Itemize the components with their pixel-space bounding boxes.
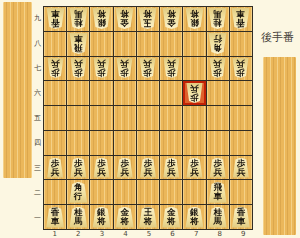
file-label: 3 bbox=[90, 230, 114, 238]
file-label: 9 bbox=[232, 230, 256, 238]
square-6四[interactable] bbox=[160, 131, 182, 155]
rank-label: 九 bbox=[32, 6, 43, 31]
square-6七[interactable]: 歩兵 bbox=[160, 57, 182, 81]
square-2一[interactable]: 桂馬 bbox=[67, 205, 89, 229]
piece-kanji: 兵 bbox=[144, 168, 153, 177]
square-6八[interactable] bbox=[160, 32, 182, 56]
square-1七[interactable]: 歩兵 bbox=[44, 57, 66, 81]
square-6一[interactable]: 金将 bbox=[160, 205, 182, 229]
square-4二[interactable] bbox=[114, 180, 136, 204]
piece-歩兵-gote[interactable]: 歩兵 bbox=[47, 158, 64, 178]
piece-kanji: 将 bbox=[167, 10, 176, 19]
piece-kanji: 馬 bbox=[74, 217, 83, 226]
piece-kanji: 将 bbox=[97, 217, 106, 226]
square-7五[interactable] bbox=[183, 106, 205, 130]
piece-桂馬-gote[interactable]: 桂馬 bbox=[208, 207, 227, 228]
piece-kanji: 桂 bbox=[213, 19, 222, 28]
square-2九[interactable]: 桂馬 bbox=[67, 7, 89, 31]
rank-label: 四 bbox=[32, 130, 43, 155]
file-label: 4 bbox=[114, 230, 138, 238]
turn-indicator: 後手番 bbox=[261, 30, 294, 45]
square-4七[interactable]: 歩兵 bbox=[114, 57, 136, 81]
square-7六[interactable]: 歩兵 bbox=[183, 81, 205, 105]
square-9三[interactable]: 歩兵 bbox=[230, 156, 252, 180]
piece-kanji: 金 bbox=[167, 19, 176, 28]
square-8一[interactable]: 桂馬 bbox=[207, 205, 229, 229]
square-4四[interactable] bbox=[114, 131, 136, 155]
piece-kanji: 兵 bbox=[121, 59, 130, 68]
square-5三[interactable]: 歩兵 bbox=[137, 156, 159, 180]
square-5八[interactable] bbox=[137, 32, 159, 56]
square-5一[interactable]: 王将 bbox=[137, 205, 159, 229]
piece-香車-gote[interactable]: 香車 bbox=[231, 207, 250, 228]
rank-label: 五 bbox=[32, 106, 43, 131]
square-7九[interactable]: 銀将 bbox=[183, 7, 205, 31]
piece-kanji: 歩 bbox=[144, 68, 153, 77]
square-2六[interactable] bbox=[67, 81, 89, 105]
square-3五[interactable] bbox=[90, 106, 112, 130]
square-8四[interactable] bbox=[207, 131, 229, 155]
piece-kanji: 兵 bbox=[190, 168, 199, 177]
square-1三[interactable]: 歩兵 bbox=[44, 156, 66, 180]
piece-kanji: 車 bbox=[51, 217, 60, 226]
square-9八[interactable] bbox=[230, 32, 252, 56]
square-9六[interactable] bbox=[230, 81, 252, 105]
piece-kanji: 兵 bbox=[167, 59, 176, 68]
piece-kanji: 角 bbox=[213, 44, 222, 53]
piece-桂馬-sente[interactable]: 桂馬 bbox=[208, 8, 227, 29]
file-label: 8 bbox=[208, 230, 232, 238]
piece-kanji: 行 bbox=[74, 192, 83, 201]
piece-kanji: 車 bbox=[237, 10, 246, 19]
square-1九[interactable]: 香車 bbox=[44, 7, 66, 31]
square-2五[interactable] bbox=[67, 106, 89, 130]
square-9七[interactable]: 歩兵 bbox=[230, 57, 252, 81]
piece-kanji: 兵 bbox=[213, 168, 222, 177]
piece-歩兵-sente[interactable]: 歩兵 bbox=[186, 83, 203, 103]
square-1六[interactable] bbox=[44, 81, 66, 105]
piece-歩兵-sente[interactable]: 歩兵 bbox=[93, 58, 110, 78]
square-4五[interactable] bbox=[114, 106, 136, 130]
square-8八[interactable]: 角行 bbox=[207, 32, 229, 56]
piece-kanji: 兵 bbox=[237, 59, 246, 68]
piece-桂馬-gote[interactable]: 桂馬 bbox=[69, 207, 88, 228]
piece-kanji: 歩 bbox=[97, 68, 106, 77]
piece-歩兵-gote[interactable]: 歩兵 bbox=[139, 158, 156, 178]
piece-kanji: 兵 bbox=[190, 84, 199, 93]
piece-kanji: 香 bbox=[237, 19, 246, 28]
piece-歩兵-sente[interactable]: 歩兵 bbox=[47, 58, 64, 78]
piece-kanji: 金 bbox=[121, 19, 130, 28]
square-5五[interactable] bbox=[137, 106, 159, 130]
piece-王将-gote[interactable]: 王将 bbox=[138, 207, 157, 228]
square-7三[interactable]: 歩兵 bbox=[183, 156, 205, 180]
piece-kanji: 将 bbox=[167, 217, 176, 226]
square-5二[interactable] bbox=[137, 180, 159, 204]
piece-kanji: 兵 bbox=[144, 59, 153, 68]
square-7八[interactable] bbox=[183, 32, 205, 56]
piece-香車-sente[interactable]: 香車 bbox=[231, 8, 250, 29]
rank-label: 三 bbox=[32, 155, 43, 180]
piece-金将-sente[interactable]: 金将 bbox=[162, 8, 181, 29]
piece-歩兵-gote[interactable]: 歩兵 bbox=[93, 158, 110, 178]
square-6九[interactable]: 金将 bbox=[160, 7, 182, 31]
piece-歩兵-gote[interactable]: 歩兵 bbox=[209, 158, 226, 178]
square-3一[interactable]: 銀将 bbox=[90, 205, 112, 229]
komadai-gote bbox=[263, 57, 296, 235]
square-1一[interactable]: 香車 bbox=[44, 205, 66, 229]
rank-label: 一 bbox=[32, 205, 43, 230]
piece-kanji: 香 bbox=[51, 19, 60, 28]
piece-kanji: 歩 bbox=[51, 68, 60, 77]
square-3三[interactable]: 歩兵 bbox=[90, 156, 112, 180]
shogi-app: 九八七六五四三二一 香車桂馬銀将金将玉将金将銀将桂馬香車飛車角行歩兵歩兵歩兵歩兵… bbox=[0, 0, 300, 238]
piece-kanji: 兵 bbox=[51, 59, 60, 68]
piece-桂馬-sente[interactable]: 桂馬 bbox=[69, 8, 88, 29]
piece-kanji: 車 bbox=[51, 10, 60, 19]
piece-kanji: 兵 bbox=[97, 168, 106, 177]
square-5四[interactable] bbox=[137, 131, 159, 155]
piece-kanji: 歩 bbox=[237, 68, 246, 77]
file-label: 5 bbox=[137, 230, 161, 238]
square-5九[interactable]: 玉将 bbox=[137, 7, 159, 31]
komadai-sente bbox=[3, 2, 32, 178]
square-1二[interactable] bbox=[44, 180, 66, 204]
piece-kanji: 行 bbox=[213, 35, 222, 44]
square-3四[interactable] bbox=[90, 131, 112, 155]
piece-金将-gote[interactable]: 金将 bbox=[115, 207, 134, 228]
square-7二[interactable] bbox=[183, 180, 205, 204]
square-4九[interactable]: 金将 bbox=[114, 7, 136, 31]
rank-label: 七 bbox=[32, 56, 43, 81]
piece-銀将-gote[interactable]: 銀将 bbox=[185, 207, 204, 228]
square-4三[interactable]: 歩兵 bbox=[114, 156, 136, 180]
square-1八[interactable] bbox=[44, 32, 66, 56]
piece-kanji: 馬 bbox=[213, 10, 222, 19]
file-labels: 123456789 bbox=[43, 230, 255, 238]
file-label: 6 bbox=[161, 230, 185, 238]
piece-kanji: 銀 bbox=[190, 19, 199, 28]
piece-銀将-sente[interactable]: 銀将 bbox=[92, 8, 111, 29]
piece-kanji: 歩 bbox=[167, 68, 176, 77]
rank-label: 二 bbox=[32, 180, 43, 205]
piece-香車-gote[interactable]: 香車 bbox=[46, 207, 65, 228]
piece-金将-sente[interactable]: 金将 bbox=[115, 8, 134, 29]
piece-kanji: 兵 bbox=[74, 168, 83, 177]
piece-歩兵-gote[interactable]: 歩兵 bbox=[186, 158, 203, 178]
piece-kanji: 将 bbox=[97, 10, 106, 19]
piece-kanji: 飛 bbox=[74, 44, 83, 53]
square-3七[interactable]: 歩兵 bbox=[90, 57, 112, 81]
rank-label: 八 bbox=[32, 31, 43, 56]
piece-金将-gote[interactable]: 金将 bbox=[162, 207, 181, 228]
square-4一[interactable]: 金将 bbox=[114, 205, 136, 229]
square-9九[interactable]: 香車 bbox=[230, 7, 252, 31]
piece-kanji: 車 bbox=[74, 35, 83, 44]
piece-kanji: 兵 bbox=[167, 168, 176, 177]
square-6六[interactable] bbox=[160, 81, 182, 105]
piece-kanji: 将 bbox=[190, 217, 199, 226]
square-7四[interactable] bbox=[183, 131, 205, 155]
piece-飛車-gote[interactable]: 飛車 bbox=[208, 182, 227, 203]
square-2七[interactable]: 歩兵 bbox=[67, 57, 89, 81]
piece-kanji: 将 bbox=[190, 10, 199, 19]
piece-kanji: 将 bbox=[121, 217, 130, 226]
piece-kanji: 将 bbox=[144, 10, 153, 19]
piece-kanji: 車 bbox=[213, 192, 222, 201]
piece-kanji: 歩 bbox=[213, 68, 222, 77]
square-9二[interactable] bbox=[230, 180, 252, 204]
piece-kanji: 歩 bbox=[190, 93, 199, 102]
square-3八[interactable] bbox=[90, 32, 112, 56]
square-8九[interactable]: 桂馬 bbox=[207, 7, 229, 31]
piece-kanji: 兵 bbox=[237, 168, 246, 177]
piece-kanji: 兵 bbox=[74, 59, 83, 68]
square-8三[interactable]: 歩兵 bbox=[207, 156, 229, 180]
piece-kanji: 歩 bbox=[121, 68, 130, 77]
piece-kanji: 馬 bbox=[74, 10, 83, 19]
square-7七[interactable] bbox=[183, 57, 205, 81]
rank-label: 六 bbox=[32, 81, 43, 106]
piece-歩兵-sente[interactable]: 歩兵 bbox=[232, 58, 249, 78]
square-5六[interactable] bbox=[137, 81, 159, 105]
square-2四[interactable] bbox=[67, 131, 89, 155]
piece-歩兵-sente[interactable]: 歩兵 bbox=[139, 58, 156, 78]
piece-kanji: 車 bbox=[237, 217, 246, 226]
piece-香車-sente[interactable]: 香車 bbox=[46, 8, 65, 29]
piece-歩兵-gote[interactable]: 歩兵 bbox=[116, 158, 133, 178]
square-4八[interactable] bbox=[114, 32, 136, 56]
square-8六[interactable] bbox=[207, 81, 229, 105]
rank-labels: 九八七六五四三二一 bbox=[32, 6, 43, 230]
piece-kanji: 兵 bbox=[97, 59, 106, 68]
shogi-board: 香車桂馬銀将金将玉将金将銀将桂馬香車飛車角行歩兵歩兵歩兵歩兵歩兵歩兵歩兵歩兵歩兵… bbox=[43, 6, 253, 230]
square-3九[interactable]: 銀将 bbox=[90, 7, 112, 31]
square-9一[interactable]: 香車 bbox=[230, 205, 252, 229]
file-label: 7 bbox=[184, 230, 208, 238]
piece-歩兵-sente[interactable]: 歩兵 bbox=[70, 58, 87, 78]
piece-kanji: 兵 bbox=[121, 168, 130, 177]
square-1四[interactable] bbox=[44, 131, 66, 155]
square-2八[interactable]: 飛車 bbox=[67, 32, 89, 56]
piece-飛車-sente[interactable]: 飛車 bbox=[69, 33, 88, 54]
piece-kanji: 兵 bbox=[213, 59, 222, 68]
piece-歩兵-sente[interactable]: 歩兵 bbox=[163, 58, 180, 78]
file-label: 2 bbox=[67, 230, 91, 238]
square-6二[interactable] bbox=[160, 180, 182, 204]
square-1五[interactable] bbox=[44, 106, 66, 130]
piece-kanji: 玉 bbox=[144, 19, 153, 28]
square-3二[interactable] bbox=[90, 180, 112, 204]
file-label: 1 bbox=[43, 230, 67, 238]
square-4六[interactable] bbox=[114, 81, 136, 105]
piece-歩兵-gote[interactable]: 歩兵 bbox=[232, 158, 249, 178]
piece-歩兵-gote[interactable]: 歩兵 bbox=[163, 158, 180, 178]
piece-kanji: 馬 bbox=[213, 217, 222, 226]
square-8七[interactable]: 歩兵 bbox=[207, 57, 229, 81]
piece-kanji: 桂 bbox=[74, 19, 83, 28]
piece-歩兵-sente[interactable]: 歩兵 bbox=[209, 58, 226, 78]
square-8二[interactable]: 飛車 bbox=[207, 180, 229, 204]
square-2三[interactable]: 歩兵 bbox=[67, 156, 89, 180]
square-2二[interactable]: 角行 bbox=[67, 180, 89, 204]
piece-kanji: 兵 bbox=[51, 168, 60, 177]
square-6三[interactable]: 歩兵 bbox=[160, 156, 182, 180]
piece-歩兵-sente[interactable]: 歩兵 bbox=[116, 58, 133, 78]
square-6五[interactable] bbox=[160, 106, 182, 130]
piece-銀将-gote[interactable]: 銀将 bbox=[92, 207, 111, 228]
piece-銀将-sente[interactable]: 銀将 bbox=[185, 8, 204, 29]
piece-角行-gote[interactable]: 角行 bbox=[69, 182, 88, 203]
piece-kanji: 銀 bbox=[97, 19, 106, 28]
piece-玉将-sente[interactable]: 玉将 bbox=[138, 8, 157, 29]
square-9四[interactable] bbox=[230, 131, 252, 155]
piece-kanji: 将 bbox=[144, 217, 153, 226]
square-8五[interactable] bbox=[207, 106, 229, 130]
piece-歩兵-gote[interactable]: 歩兵 bbox=[70, 158, 87, 178]
piece-kanji: 将 bbox=[121, 10, 130, 19]
square-7一[interactable]: 銀将 bbox=[183, 205, 205, 229]
square-5七[interactable]: 歩兵 bbox=[137, 57, 159, 81]
piece-角行-sente[interactable]: 角行 bbox=[208, 33, 227, 54]
piece-kanji: 歩 bbox=[74, 68, 83, 77]
square-9五[interactable] bbox=[230, 106, 252, 130]
square-3六[interactable] bbox=[90, 81, 112, 105]
